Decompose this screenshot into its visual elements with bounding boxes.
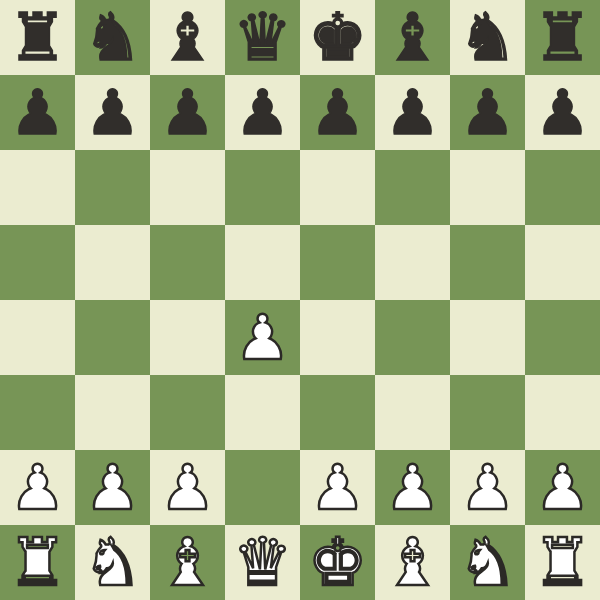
square-e4[interactable] (300, 300, 375, 375)
square-f3[interactable] (375, 375, 450, 450)
square-a4[interactable] (0, 300, 75, 375)
square-g7[interactable]: ♟ (450, 75, 525, 150)
white-pawn[interactable]: ♟ (535, 450, 591, 525)
square-g6[interactable] (450, 150, 525, 225)
square-c8[interactable]: ♝ (150, 0, 225, 75)
square-e7[interactable]: ♟ (300, 75, 375, 150)
square-e8[interactable]: ♚ (300, 0, 375, 75)
white-pawn[interactable]: ♟ (385, 450, 441, 525)
white-knight[interactable]: ♞ (458, 525, 517, 600)
square-f5[interactable] (375, 225, 450, 300)
square-a1[interactable]: ♜ (0, 525, 75, 600)
square-b2[interactable]: ♟ (75, 450, 150, 525)
black-rook[interactable]: ♜ (8, 0, 67, 75)
square-c3[interactable] (150, 375, 225, 450)
square-e6[interactable] (300, 150, 375, 225)
square-d1[interactable]: ♛ (225, 525, 300, 600)
black-pawn[interactable]: ♟ (460, 75, 516, 150)
square-a5[interactable] (0, 225, 75, 300)
square-d5[interactable] (225, 225, 300, 300)
square-c4[interactable] (150, 300, 225, 375)
square-h7[interactable]: ♟ (525, 75, 600, 150)
black-rook[interactable]: ♜ (533, 0, 592, 75)
square-b4[interactable] (75, 300, 150, 375)
square-f6[interactable] (375, 150, 450, 225)
white-rook[interactable]: ♜ (533, 525, 592, 600)
square-b6[interactable] (75, 150, 150, 225)
square-c5[interactable] (150, 225, 225, 300)
white-queen[interactable]: ♛ (233, 525, 292, 600)
square-g5[interactable] (450, 225, 525, 300)
black-pawn[interactable]: ♟ (10, 75, 66, 150)
square-c6[interactable] (150, 150, 225, 225)
black-king[interactable]: ♚ (308, 0, 367, 75)
black-pawn[interactable]: ♟ (85, 75, 141, 150)
square-g8[interactable]: ♞ (450, 0, 525, 75)
black-pawn[interactable]: ♟ (385, 75, 441, 150)
square-h4[interactable] (525, 300, 600, 375)
square-g1[interactable]: ♞ (450, 525, 525, 600)
square-d4[interactable]: ♟ (225, 300, 300, 375)
square-c7[interactable]: ♟ (150, 75, 225, 150)
black-knight[interactable]: ♞ (458, 0, 517, 75)
square-a7[interactable]: ♟ (0, 75, 75, 150)
white-pawn[interactable]: ♟ (85, 450, 141, 525)
white-pawn[interactable]: ♟ (235, 300, 291, 375)
white-pawn[interactable]: ♟ (160, 450, 216, 525)
square-e2[interactable]: ♟ (300, 450, 375, 525)
square-d6[interactable] (225, 150, 300, 225)
square-c2[interactable]: ♟ (150, 450, 225, 525)
white-bishop[interactable]: ♝ (383, 525, 442, 600)
black-bishop[interactable]: ♝ (158, 0, 217, 75)
square-f1[interactable]: ♝ (375, 525, 450, 600)
square-h2[interactable]: ♟ (525, 450, 600, 525)
white-knight[interactable]: ♞ (83, 525, 142, 600)
square-h3[interactable] (525, 375, 600, 450)
square-g4[interactable] (450, 300, 525, 375)
white-bishop[interactable]: ♝ (158, 525, 217, 600)
square-b3[interactable] (75, 375, 150, 450)
square-e1[interactable]: ♚ (300, 525, 375, 600)
square-h8[interactable]: ♜ (525, 0, 600, 75)
square-g2[interactable]: ♟ (450, 450, 525, 525)
square-f2[interactable]: ♟ (375, 450, 450, 525)
square-e3[interactable] (300, 375, 375, 450)
square-c1[interactable]: ♝ (150, 525, 225, 600)
square-d7[interactable]: ♟ (225, 75, 300, 150)
white-pawn[interactable]: ♟ (10, 450, 66, 525)
square-a3[interactable] (0, 375, 75, 450)
square-a8[interactable]: ♜ (0, 0, 75, 75)
square-e5[interactable] (300, 225, 375, 300)
black-knight[interactable]: ♞ (83, 0, 142, 75)
white-king[interactable]: ♚ (308, 525, 367, 600)
square-h5[interactable] (525, 225, 600, 300)
square-f4[interactable] (375, 300, 450, 375)
black-pawn[interactable]: ♟ (235, 75, 291, 150)
black-pawn[interactable]: ♟ (535, 75, 591, 150)
square-b5[interactable] (75, 225, 150, 300)
black-queen[interactable]: ♛ (233, 0, 292, 75)
square-f8[interactable]: ♝ (375, 0, 450, 75)
square-b7[interactable]: ♟ (75, 75, 150, 150)
square-d3[interactable] (225, 375, 300, 450)
white-pawn[interactable]: ♟ (310, 450, 366, 525)
square-f7[interactable]: ♟ (375, 75, 450, 150)
square-a2[interactable]: ♟ (0, 450, 75, 525)
white-rook[interactable]: ♜ (8, 525, 67, 600)
square-b8[interactable]: ♞ (75, 0, 150, 75)
chess-board: ♜♞♝♛♚♝♞♜♟♟♟♟♟♟♟♟♟♟♟♟♟♟♟♟♜♞♝♛♚♝♞♜ (0, 0, 600, 600)
square-h6[interactable] (525, 150, 600, 225)
black-pawn[interactable]: ♟ (310, 75, 366, 150)
square-b1[interactable]: ♞ (75, 525, 150, 600)
black-pawn[interactable]: ♟ (160, 75, 216, 150)
square-d2[interactable] (225, 450, 300, 525)
square-d8[interactable]: ♛ (225, 0, 300, 75)
square-h1[interactable]: ♜ (525, 525, 600, 600)
square-g3[interactable] (450, 375, 525, 450)
white-pawn[interactable]: ♟ (460, 450, 516, 525)
square-a6[interactable] (0, 150, 75, 225)
black-bishop[interactable]: ♝ (383, 0, 442, 75)
